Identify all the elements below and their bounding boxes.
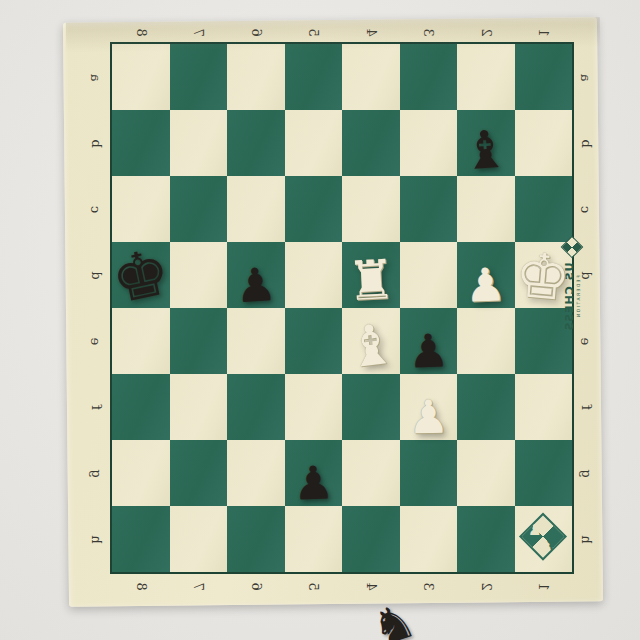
square-e2[interactable] — [457, 308, 515, 374]
file-label-right-a: a — [576, 67, 596, 87]
square-f8[interactable] — [112, 374, 170, 440]
rank-label-top-3: 3 — [418, 22, 438, 42]
square-b6[interactable] — [227, 110, 285, 176]
rank-label-top-6: 6 — [246, 22, 266, 42]
us-chess-logo-icon: ♟♟ — [522, 515, 564, 557]
square-c5[interactable] — [285, 176, 343, 242]
file-label-right-f: f — [576, 397, 596, 417]
square-e7[interactable] — [170, 308, 228, 374]
file-label-left-f: f — [86, 397, 106, 417]
square-d4[interactable]: ♜ — [342, 242, 400, 308]
square-f3[interactable]: ♟ — [400, 374, 458, 440]
square-b4[interactable] — [342, 110, 400, 176]
rank-label-bottom-6: 6 — [246, 576, 266, 596]
square-e3[interactable]: ♟ — [400, 308, 458, 374]
rank-label-bottom-3: 3 — [418, 576, 438, 596]
square-a2[interactable] — [457, 44, 515, 110]
rank-label-bottom-1: 1 — [533, 576, 553, 596]
square-f6[interactable] — [227, 374, 285, 440]
square-b5[interactable] — [285, 110, 343, 176]
square-d2[interactable]: ♟ — [457, 242, 515, 308]
square-g1[interactable] — [515, 440, 573, 506]
square-g5[interactable]: ♟ — [285, 440, 343, 506]
rank-label-bottom-2: 2 — [476, 576, 496, 596]
rank-label-top-7: 7 — [188, 22, 208, 42]
square-b7[interactable] — [170, 110, 228, 176]
square-a6[interactable] — [227, 44, 285, 110]
square-a5[interactable] — [285, 44, 343, 110]
rank-label-bottom-5: 5 — [303, 576, 323, 596]
brand-subtitle: FEDERATION — [576, 263, 581, 332]
square-b1[interactable] — [515, 110, 573, 176]
white-king-d1[interactable]: ♚ — [513, 244, 574, 311]
black-pawn-e3[interactable]: ♟ — [407, 327, 450, 374]
square-e5[interactable] — [285, 308, 343, 374]
rank-label-top-4: 4 — [361, 22, 381, 42]
tablecloth: ♝♚♟♜♟♚♝♟♟♟♟♟ 8765432187654321abcdefghabc… — [0, 0, 640, 640]
file-label-left-h: h — [86, 529, 106, 549]
square-g8[interactable] — [112, 440, 170, 506]
square-b8[interactable] — [112, 110, 170, 176]
square-c8[interactable] — [112, 176, 170, 242]
black-pawn-d6[interactable]: ♟ — [234, 261, 278, 310]
black-king-d8[interactable]: ♚ — [106, 239, 175, 314]
square-a8[interactable] — [112, 44, 170, 110]
white-bishop-e4[interactable]: ♝ — [342, 315, 399, 377]
square-e4[interactable]: ♝ — [342, 308, 400, 374]
rank-label-top-5: 5 — [303, 22, 323, 42]
rank-label-top-1: 1 — [533, 22, 553, 42]
file-label-right-b: b — [576, 133, 596, 153]
white-pawn-d2[interactable]: ♟ — [464, 261, 507, 308]
square-a7[interactable] — [170, 44, 228, 110]
square-f1[interactable] — [515, 374, 573, 440]
square-g2[interactable] — [457, 440, 515, 506]
square-b2[interactable]: ♝ — [457, 110, 515, 176]
rank-label-bottom-8: 8 — [131, 576, 151, 596]
rank-label-bottom-7: 7 — [188, 576, 208, 596]
rank-label-bottom-4: 4 — [361, 576, 381, 596]
square-d5[interactable] — [285, 242, 343, 308]
file-label-left-e: e — [86, 331, 106, 351]
rank-label-top-8: 8 — [131, 22, 151, 42]
square-h3[interactable] — [400, 506, 458, 572]
square-h2[interactable] — [457, 506, 515, 572]
square-g4[interactable] — [342, 440, 400, 506]
file-label-left-a: a — [86, 67, 106, 87]
square-c3[interactable] — [400, 176, 458, 242]
white-rook-d4[interactable]: ♜ — [345, 253, 396, 309]
square-a1[interactable] — [515, 44, 573, 110]
square-f4[interactable] — [342, 374, 400, 440]
black-bishop-b2[interactable]: ♝ — [461, 122, 511, 177]
square-d6[interactable]: ♟ — [227, 242, 285, 308]
square-f7[interactable] — [170, 374, 228, 440]
file-label-right-c: c — [576, 199, 596, 219]
square-e6[interactable] — [227, 308, 285, 374]
square-h6[interactable] — [227, 506, 285, 572]
rank-label-top-2: 2 — [476, 22, 496, 42]
square-b3[interactable] — [400, 110, 458, 176]
square-g6[interactable] — [227, 440, 285, 506]
square-d7[interactable] — [170, 242, 228, 308]
square-c2[interactable] — [457, 176, 515, 242]
square-d1[interactable]: ♚ — [515, 242, 573, 308]
file-label-left-d: d — [86, 265, 106, 285]
square-h1[interactable]: ♟♟ — [515, 506, 573, 572]
square-h4[interactable] — [342, 506, 400, 572]
file-label-right-g: g — [576, 463, 596, 483]
square-g7[interactable] — [170, 440, 228, 506]
square-c1[interactable] — [515, 176, 573, 242]
square-a3[interactable] — [400, 44, 458, 110]
file-label-left-c: c — [86, 199, 106, 219]
square-c6[interactable] — [227, 176, 285, 242]
square-h5[interactable] — [285, 506, 343, 572]
square-h8[interactable] — [112, 506, 170, 572]
square-g3[interactable] — [400, 440, 458, 506]
chess-board[interactable]: ♝♚♟♜♟♚♝♟♟♟♟♟ — [112, 44, 572, 572]
black-pawn-g5[interactable]: ♟ — [292, 459, 335, 506]
file-label-left-g: g — [86, 463, 106, 483]
file-label-right-e: e — [576, 331, 596, 351]
file-label-left-b: b — [86, 133, 106, 153]
square-f5[interactable] — [285, 374, 343, 440]
square-c7[interactable] — [170, 176, 228, 242]
square-d3[interactable] — [400, 242, 458, 308]
file-label-right-h: h — [576, 529, 596, 549]
square-f2[interactable] — [457, 374, 515, 440]
square-a4[interactable] — [342, 44, 400, 110]
square-c4[interactable] — [342, 176, 400, 242]
square-d8[interactable]: ♚ — [112, 242, 170, 308]
square-h7[interactable] — [170, 506, 228, 572]
white-pawn-f3[interactable]: ♟ — [407, 394, 449, 441]
